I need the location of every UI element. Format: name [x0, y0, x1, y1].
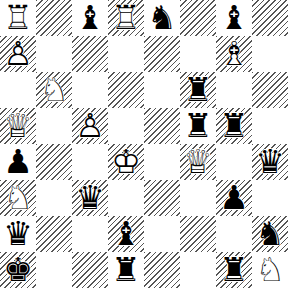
white-rook-fill: ♜ — [0, 0, 36, 36]
square-a6[interactable] — [0, 72, 36, 108]
white-pawn-icon: ♙ — [0, 36, 36, 72]
white-bishop-icon: ♗ — [216, 36, 252, 72]
square-e8[interactable]: ♞♞ — [144, 0, 180, 36]
square-h8[interactable] — [252, 0, 288, 36]
black-rook-fill: ♜ — [108, 252, 144, 288]
black-pawn-fill: ♟ — [216, 180, 252, 216]
white-rook-icon: ♖ — [0, 0, 36, 36]
black-knight-fill: ♞ — [252, 216, 288, 252]
square-f6[interactable]: ♜♜ — [180, 72, 216, 108]
square-c7[interactable] — [72, 36, 108, 72]
square-f2[interactable] — [180, 216, 216, 252]
black-rook-icon: ♜ — [180, 72, 216, 108]
square-c6[interactable] — [72, 72, 108, 108]
black-bishop-icon: ♝ — [108, 216, 144, 252]
black-king-fill: ♚ — [0, 252, 36, 288]
square-h1[interactable]: ♞♘ — [252, 252, 288, 288]
square-e2[interactable] — [144, 216, 180, 252]
square-a8[interactable]: ♜♖ — [0, 0, 36, 36]
white-knight-fill: ♞ — [0, 180, 36, 216]
square-h5[interactable] — [252, 108, 288, 144]
square-g5[interactable]: ♜♜ — [216, 108, 252, 144]
black-rook-icon: ♜ — [108, 252, 144, 288]
square-d3[interactable] — [108, 180, 144, 216]
white-knight-fill: ♞ — [36, 72, 72, 108]
square-g7[interactable]: ♝♗ — [216, 36, 252, 72]
square-c2[interactable] — [72, 216, 108, 252]
square-d2[interactable]: ♝♝ — [108, 216, 144, 252]
white-king-fill: ♚ — [108, 144, 144, 180]
square-g6[interactable] — [216, 72, 252, 108]
black-rook-fill: ♜ — [216, 108, 252, 144]
square-f4[interactable]: ♛♕ — [180, 144, 216, 180]
square-h3[interactable] — [252, 180, 288, 216]
square-e5[interactable] — [144, 108, 180, 144]
square-a2[interactable]: ♛♛ — [0, 216, 36, 252]
square-c8[interactable]: ♝♝ — [72, 0, 108, 36]
square-a4[interactable]: ♟♟ — [0, 144, 36, 180]
square-d1[interactable]: ♜♜ — [108, 252, 144, 288]
black-bishop-fill: ♝ — [108, 216, 144, 252]
square-b1[interactable] — [36, 252, 72, 288]
black-pawn-icon: ♟ — [0, 144, 36, 180]
black-rook-fill: ♜ — [180, 108, 216, 144]
white-pawn-icon: ♙ — [72, 108, 108, 144]
square-f3[interactable] — [180, 180, 216, 216]
square-g4[interactable] — [216, 144, 252, 180]
white-queen-icon: ♕ — [180, 144, 216, 180]
square-b5[interactable] — [36, 108, 72, 144]
square-d6[interactable] — [108, 72, 144, 108]
square-g1[interactable]: ♜♜ — [216, 252, 252, 288]
black-queen-fill: ♛ — [72, 180, 108, 216]
square-d7[interactable] — [108, 36, 144, 72]
black-queen-icon: ♛ — [252, 144, 288, 180]
white-pawn-fill: ♟ — [0, 36, 36, 72]
black-rook-icon: ♜ — [216, 252, 252, 288]
black-queen-fill: ♛ — [0, 216, 36, 252]
square-c3[interactable]: ♛♛ — [72, 180, 108, 216]
white-queen-icon: ♕ — [0, 108, 36, 144]
square-a1[interactable]: ♚♚ — [0, 252, 36, 288]
white-king-icon: ♔ — [108, 144, 144, 180]
black-rook-icon: ♜ — [180, 108, 216, 144]
white-knight-icon: ♘ — [36, 72, 72, 108]
square-b7[interactable] — [36, 36, 72, 72]
white-rook-icon: ♖ — [108, 0, 144, 36]
square-d5[interactable] — [108, 108, 144, 144]
square-b8[interactable] — [36, 0, 72, 36]
square-e4[interactable] — [144, 144, 180, 180]
square-b2[interactable] — [36, 216, 72, 252]
white-knight-icon: ♘ — [252, 252, 288, 288]
white-knight-icon: ♘ — [0, 180, 36, 216]
square-g8[interactable]: ♝♝ — [216, 0, 252, 36]
black-bishop-icon: ♝ — [216, 0, 252, 36]
black-queen-icon: ♛ — [0, 216, 36, 252]
black-knight-fill: ♞ — [144, 0, 180, 36]
square-c1[interactable] — [72, 252, 108, 288]
square-a3[interactable]: ♞♘ — [0, 180, 36, 216]
square-h4[interactable]: ♛♛ — [252, 144, 288, 180]
black-bishop-icon: ♝ — [72, 0, 108, 36]
white-queen-fill: ♛ — [0, 108, 36, 144]
black-bishop-fill: ♝ — [72, 0, 108, 36]
square-e1[interactable] — [144, 252, 180, 288]
square-c5[interactable]: ♟♙ — [72, 108, 108, 144]
square-f5[interactable]: ♜♜ — [180, 108, 216, 144]
square-c4[interactable] — [72, 144, 108, 180]
white-rook-fill: ♜ — [108, 0, 144, 36]
black-rook-icon: ♜ — [216, 108, 252, 144]
square-d8[interactable]: ♜♖ — [108, 0, 144, 36]
square-e7[interactable] — [144, 36, 180, 72]
white-bishop-fill: ♝ — [216, 36, 252, 72]
black-rook-fill: ♜ — [216, 252, 252, 288]
chess-board: ♜♖♝♝♜♖♞♞♝♝♟♙♝♗♞♘♜♜♛♕♟♙♜♜♜♜♟♟♚♔♛♕♛♛♞♘♛♛♟♟… — [0, 0, 288, 288]
square-h7[interactable] — [252, 36, 288, 72]
white-queen-fill: ♛ — [180, 144, 216, 180]
square-g2[interactable] — [216, 216, 252, 252]
square-b3[interactable] — [36, 180, 72, 216]
square-e6[interactable] — [144, 72, 180, 108]
black-knight-icon: ♞ — [252, 216, 288, 252]
white-knight-fill: ♞ — [252, 252, 288, 288]
black-rook-fill: ♜ — [180, 72, 216, 108]
square-d4[interactable]: ♚♔ — [108, 144, 144, 180]
black-queen-icon: ♛ — [72, 180, 108, 216]
square-f8[interactable] — [180, 0, 216, 36]
square-a5[interactable]: ♛♕ — [0, 108, 36, 144]
white-pawn-fill: ♟ — [72, 108, 108, 144]
square-f7[interactable] — [180, 36, 216, 72]
square-h2[interactable]: ♞♞ — [252, 216, 288, 252]
black-queen-fill: ♛ — [252, 144, 288, 180]
black-knight-icon: ♞ — [144, 0, 180, 36]
black-pawn-icon: ♟ — [216, 180, 252, 216]
square-h6[interactable] — [252, 72, 288, 108]
black-bishop-fill: ♝ — [216, 0, 252, 36]
black-pawn-fill: ♟ — [0, 144, 36, 180]
square-b6[interactable]: ♞♘ — [36, 72, 72, 108]
square-f1[interactable] — [180, 252, 216, 288]
square-a7[interactable]: ♟♙ — [0, 36, 36, 72]
square-e3[interactable] — [144, 180, 180, 216]
square-b4[interactable] — [36, 144, 72, 180]
square-g3[interactable]: ♟♟ — [216, 180, 252, 216]
black-king-icon: ♚ — [0, 252, 36, 288]
